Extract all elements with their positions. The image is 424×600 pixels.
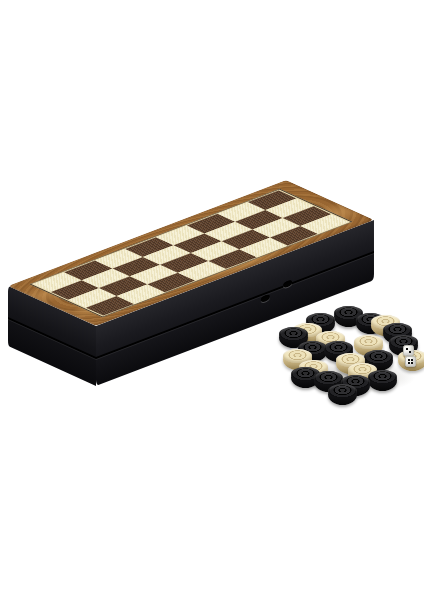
latch-slot-2 [283, 279, 292, 288]
game-box [0, 0, 424, 600]
product-photo-stage [0, 0, 424, 600]
box-fold-seam-left [8, 317, 96, 359]
